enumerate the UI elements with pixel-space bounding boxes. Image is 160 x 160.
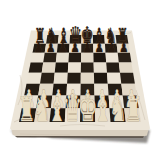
- square-a4[interactable]: [27, 73, 42, 84]
- square-f4[interactable]: [94, 73, 108, 84]
- square-d4[interactable]: [67, 73, 81, 84]
- square-b4[interactable]: [40, 73, 55, 84]
- chessboard-scene: ♜♞♝♛♚♝♞♜♟♟♟♟♟♟♟♟♟♟♟♟♟♟♟♟♜♞♝♛♚♝♞♜: [0, 0, 160, 160]
- piece-black-pawn-e7[interactable]: ♟: [83, 38, 92, 55]
- square-g5[interactable]: [106, 63, 120, 73]
- square-e4[interactable]: [81, 73, 95, 84]
- square-e5[interactable]: [81, 63, 94, 73]
- square-c5[interactable]: [55, 63, 69, 73]
- piece-black-pawn-h7[interactable]: ♟: [119, 38, 128, 55]
- piece-black-pawn-b7[interactable]: ♟: [46, 38, 55, 55]
- square-h4[interactable]: [120, 73, 135, 84]
- piece-black-pawn-c7[interactable]: ♟: [58, 38, 67, 55]
- square-c4[interactable]: [54, 73, 68, 84]
- piece-black-pawn-g7[interactable]: ♟: [107, 38, 116, 55]
- chess-photo: ♜♞♝♛♚♝♞♜♟♟♟♟♟♟♟♟♟♟♟♟♟♟♟♟♜♞♝♛♚♝♞♜: [0, 0, 160, 160]
- square-g4[interactable]: [107, 73, 121, 84]
- square-b5[interactable]: [42, 63, 56, 73]
- board-group: ♜♞♝♛♚♝♞♜♟♟♟♟♟♟♟♟♟♟♟♟♟♟♟♟♜♞♝♛♚♝♞♜: [10, 21, 150, 143]
- board-front-edge: [12, 130, 149, 137]
- square-d5[interactable]: [68, 63, 81, 73]
- square-f5[interactable]: [94, 63, 107, 73]
- piece-white-rook-h1[interactable]: ♜: [125, 89, 143, 129]
- square-h5[interactable]: [119, 63, 133, 73]
- piece-black-pawn-d7[interactable]: ♟: [71, 38, 80, 55]
- square-a5[interactable]: [29, 63, 44, 73]
- piece-black-pawn-f7[interactable]: ♟: [95, 38, 104, 55]
- board-bottom-line: [15, 136, 144, 138]
- piece-black-pawn-a7[interactable]: ♟: [34, 38, 43, 55]
